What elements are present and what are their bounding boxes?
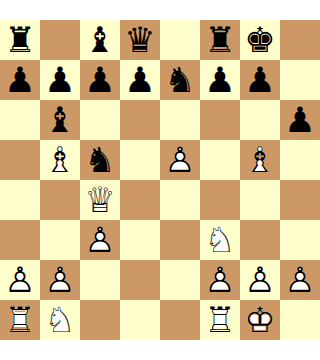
square-g3[interactable] xyxy=(240,220,280,260)
square-f2[interactable]: ♟♙ xyxy=(200,260,240,300)
square-g2[interactable]: ♟♙ xyxy=(240,260,280,300)
black-pawn-icon[interactable]: ♟ xyxy=(280,100,320,140)
piece-glyph: ♟ xyxy=(240,60,280,100)
black-bishop-icon[interactable]: ♝ xyxy=(80,20,120,60)
white-rook-icon[interactable]: ♜♖ xyxy=(200,300,240,340)
square-g1[interactable]: ♚♔ xyxy=(240,300,280,340)
square-f4[interactable] xyxy=(200,180,240,220)
piece-glyph: ♟ xyxy=(200,60,240,100)
square-g4[interactable] xyxy=(240,180,280,220)
piece-outline: ♙ xyxy=(240,260,280,300)
piece-outline: ♙ xyxy=(280,260,320,300)
square-d8[interactable]: ♛ xyxy=(120,20,160,60)
square-b6[interactable]: ♝ xyxy=(40,100,80,140)
square-d1[interactable] xyxy=(120,300,160,340)
square-h7[interactable] xyxy=(280,60,320,100)
chess-app-window: WCSAC.0974 ♜♝♛♜♚♟♟♟♟♞♟♟♝♟♝♗♞♟♙♝♗♛♕♟♙♞♘♟♙… xyxy=(0,0,320,360)
square-a1[interactable]: ♜♖ xyxy=(0,300,40,340)
white-pawn-icon[interactable]: ♟♙ xyxy=(160,140,200,180)
square-c7[interactable]: ♟ xyxy=(80,60,120,100)
piece-glyph: ♜ xyxy=(200,20,240,60)
square-d7[interactable]: ♟ xyxy=(120,60,160,100)
title-bar: WCSAC.0974 xyxy=(0,0,320,20)
square-g6[interactable] xyxy=(240,100,280,140)
white-pawn-icon[interactable]: ♟♙ xyxy=(80,220,120,260)
square-e5[interactable]: ♟♙ xyxy=(160,140,200,180)
square-b1[interactable]: ♞♘ xyxy=(40,300,80,340)
piece-glyph: ♟ xyxy=(120,60,160,100)
piece-glyph: ♝ xyxy=(40,100,80,140)
square-f7[interactable]: ♟ xyxy=(200,60,240,100)
piece-outline: ♙ xyxy=(80,220,120,260)
square-g8[interactable]: ♚ xyxy=(240,20,280,60)
square-a2[interactable]: ♟♙ xyxy=(0,260,40,300)
square-c8[interactable]: ♝ xyxy=(80,20,120,60)
black-pawn-icon[interactable]: ♟ xyxy=(80,60,120,100)
square-h3[interactable] xyxy=(280,220,320,260)
piece-outline: ♘ xyxy=(200,220,240,260)
square-b3[interactable] xyxy=(40,220,80,260)
piece-glyph: ♟ xyxy=(80,60,120,100)
black-rook-icon[interactable]: ♜ xyxy=(200,20,240,60)
square-d5[interactable] xyxy=(120,140,160,180)
white-pawn-icon[interactable]: ♟♙ xyxy=(40,260,80,300)
square-e8[interactable] xyxy=(160,20,200,60)
square-h1[interactable] xyxy=(280,300,320,340)
piece-glyph: ♞ xyxy=(80,140,120,180)
square-e6[interactable] xyxy=(160,100,200,140)
square-g5[interactable]: ♝♗ xyxy=(240,140,280,180)
piece-outline: ♕ xyxy=(80,180,120,220)
piece-outline: ♖ xyxy=(0,300,40,340)
piece-outline: ♘ xyxy=(40,300,80,340)
black-knight-icon[interactable]: ♞ xyxy=(80,140,120,180)
square-h2[interactable]: ♟♙ xyxy=(280,260,320,300)
piece-outline: ♔ xyxy=(240,300,280,340)
black-king-icon[interactable]: ♚ xyxy=(240,20,280,60)
white-pawn-icon[interactable]: ♟♙ xyxy=(240,260,280,300)
square-h8[interactable] xyxy=(280,20,320,60)
square-a8[interactable]: ♜ xyxy=(0,20,40,60)
black-pawn-icon[interactable]: ♟ xyxy=(0,60,40,100)
square-e3[interactable] xyxy=(160,220,200,260)
piece-glyph: ♜ xyxy=(0,20,40,60)
piece-glyph: ♛ xyxy=(120,20,160,60)
square-c1[interactable] xyxy=(80,300,120,340)
white-knight-icon[interactable]: ♞♘ xyxy=(200,220,240,260)
white-bishop-icon[interactable]: ♝♗ xyxy=(40,140,80,180)
square-b2[interactable]: ♟♙ xyxy=(40,260,80,300)
black-rook-icon[interactable]: ♜ xyxy=(0,20,40,60)
square-d2[interactable] xyxy=(120,260,160,300)
square-b7[interactable]: ♟ xyxy=(40,60,80,100)
piece-glyph: ♝ xyxy=(80,20,120,60)
white-pawn-icon[interactable]: ♟♙ xyxy=(280,260,320,300)
square-e2[interactable] xyxy=(160,260,200,300)
square-g7[interactable]: ♟ xyxy=(240,60,280,100)
piece-outline: ♗ xyxy=(40,140,80,180)
square-c4[interactable]: ♛♕ xyxy=(80,180,120,220)
square-a5[interactable] xyxy=(0,140,40,180)
square-b8[interactable] xyxy=(40,20,80,60)
square-d3[interactable] xyxy=(120,220,160,260)
square-e4[interactable] xyxy=(160,180,200,220)
square-c6[interactable] xyxy=(80,100,120,140)
black-knight-icon[interactable]: ♞ xyxy=(160,60,200,100)
square-c3[interactable]: ♟♙ xyxy=(80,220,120,260)
square-c2[interactable] xyxy=(80,260,120,300)
piece-outline: ♖ xyxy=(200,300,240,340)
square-b5[interactable]: ♝♗ xyxy=(40,140,80,180)
square-a6[interactable] xyxy=(0,100,40,140)
square-a3[interactable] xyxy=(0,220,40,260)
status-bar: 1. ? xyxy=(0,340,320,360)
square-b4[interactable] xyxy=(40,180,80,220)
square-h6[interactable]: ♟ xyxy=(280,100,320,140)
black-pawn-icon[interactable]: ♟ xyxy=(120,60,160,100)
black-pawn-icon[interactable]: ♟ xyxy=(240,60,280,100)
white-pawn-icon[interactable]: ♟♙ xyxy=(0,260,40,300)
piece-glyph: ♟ xyxy=(0,60,40,100)
black-pawn-icon[interactable]: ♟ xyxy=(40,60,80,100)
piece-outline: ♙ xyxy=(40,260,80,300)
black-bishop-icon[interactable]: ♝ xyxy=(40,100,80,140)
square-a7[interactable]: ♟ xyxy=(0,60,40,100)
square-f1[interactable]: ♜♖ xyxy=(200,300,240,340)
square-f5[interactable] xyxy=(200,140,240,180)
white-king-icon[interactable]: ♚♔ xyxy=(240,300,280,340)
white-pawn-icon[interactable]: ♟♙ xyxy=(200,260,240,300)
piece-outline: ♗ xyxy=(240,140,280,180)
white-knight-icon[interactable]: ♞♘ xyxy=(40,300,80,340)
white-bishop-icon[interactable]: ♝♗ xyxy=(240,140,280,180)
square-f8[interactable]: ♜ xyxy=(200,20,240,60)
chess-board: ♜♝♛♜♚♟♟♟♟♞♟♟♝♟♝♗♞♟♙♝♗♛♕♟♙♞♘♟♙♟♙♟♙♟♙♟♙♜♖♞… xyxy=(0,20,320,340)
square-e7[interactable]: ♞ xyxy=(160,60,200,100)
piece-glyph: ♟ xyxy=(280,100,320,140)
black-queen-icon[interactable]: ♛ xyxy=(120,20,160,60)
square-c5[interactable]: ♞ xyxy=(80,140,120,180)
piece-outline: ♙ xyxy=(200,260,240,300)
square-h5[interactable] xyxy=(280,140,320,180)
piece-glyph: ♚ xyxy=(240,20,280,60)
piece-glyph: ♞ xyxy=(160,60,200,100)
square-d6[interactable] xyxy=(120,100,160,140)
piece-outline: ♙ xyxy=(160,140,200,180)
square-e1[interactable] xyxy=(160,300,200,340)
white-rook-icon[interactable]: ♜♖ xyxy=(0,300,40,340)
square-d4[interactable] xyxy=(120,180,160,220)
square-h4[interactable] xyxy=(280,180,320,220)
piece-outline: ♙ xyxy=(0,260,40,300)
square-a4[interactable] xyxy=(0,180,40,220)
black-pawn-icon[interactable]: ♟ xyxy=(200,60,240,100)
piece-glyph: ♟ xyxy=(40,60,80,100)
square-f3[interactable]: ♞♘ xyxy=(200,220,240,260)
white-queen-icon[interactable]: ♛♕ xyxy=(80,180,120,220)
square-f6[interactable] xyxy=(200,100,240,140)
